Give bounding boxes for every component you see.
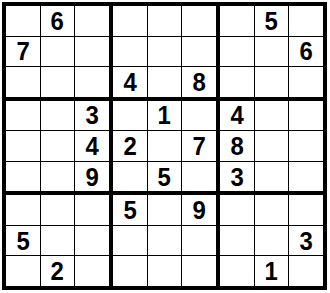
sudoku-box-7: 52	[6, 195, 109, 286]
given-digit: 2	[51, 258, 64, 284]
cell-r2c2[interactable]	[41, 37, 75, 67]
cell-r2c9: 6	[289, 37, 323, 67]
cell-r1c7[interactable]	[220, 6, 254, 36]
cell-r8c2[interactable]	[41, 226, 75, 256]
cell-r2c4[interactable]	[113, 37, 147, 67]
given-digit: 8	[230, 133, 243, 159]
cell-r5c8[interactable]	[255, 131, 289, 161]
cell-r5c3: 4	[75, 131, 109, 161]
given-digit: 9	[86, 164, 99, 190]
cell-r5c1[interactable]	[6, 131, 40, 161]
cell-r8c5[interactable]	[148, 226, 182, 256]
given-digit: 2	[123, 133, 136, 159]
cell-r4c8[interactable]	[255, 101, 289, 131]
cell-r4c4[interactable]	[113, 101, 147, 131]
cell-r5c5[interactable]	[148, 131, 182, 161]
cell-r6c6[interactable]	[182, 162, 216, 192]
cell-r7c1[interactable]	[6, 195, 40, 225]
cell-r8c9: 3	[289, 226, 323, 256]
sudoku-box-6: 483	[220, 101, 323, 192]
given-digit: 5	[16, 228, 29, 254]
given-digit: 3	[230, 164, 243, 190]
cell-r6c5: 5	[148, 162, 182, 192]
given-digit: 1	[158, 102, 171, 128]
cell-r4c5: 1	[148, 101, 182, 131]
cell-r6c4[interactable]	[113, 162, 147, 192]
cell-r9c9[interactable]	[289, 256, 323, 286]
cell-r9c6[interactable]	[182, 256, 216, 286]
given-digit: 4	[230, 102, 243, 128]
cell-r7c5[interactable]	[148, 195, 182, 225]
given-digit: 7	[16, 38, 29, 64]
cell-r1c9[interactable]	[289, 6, 323, 36]
cell-r6c3: 9	[75, 162, 109, 192]
given-digit: 4	[86, 133, 99, 159]
given-digit: 1	[265, 258, 278, 284]
cell-r2c1: 7	[6, 37, 40, 67]
cell-r9c4[interactable]	[113, 256, 147, 286]
cell-r9c3[interactable]	[75, 256, 109, 286]
cell-r1c3[interactable]	[75, 6, 109, 36]
sudoku-box-9: 31	[220, 195, 323, 286]
cell-r3c9[interactable]	[289, 67, 323, 97]
cell-r5c6: 7	[182, 131, 216, 161]
sudoku-box-5: 1275	[113, 101, 216, 192]
cell-r8c8[interactable]	[255, 226, 289, 256]
cell-r1c4[interactable]	[113, 6, 147, 36]
cell-r4c3: 3	[75, 101, 109, 131]
cell-r8c7[interactable]	[220, 226, 254, 256]
cell-r1c1[interactable]	[6, 6, 40, 36]
cell-r4c2[interactable]	[41, 101, 75, 131]
cell-r3c6: 8	[182, 67, 216, 97]
cell-r3c7[interactable]	[220, 67, 254, 97]
cell-r8c1: 5	[6, 226, 40, 256]
given-digit: 4	[123, 69, 136, 95]
given-digit: 9	[193, 197, 206, 223]
cell-r2c8[interactable]	[255, 37, 289, 67]
cell-r6c2[interactable]	[41, 162, 75, 192]
cell-r7c4: 5	[113, 195, 147, 225]
cell-r7c9[interactable]	[289, 195, 323, 225]
cell-r4c6[interactable]	[182, 101, 216, 131]
cell-r8c4[interactable]	[113, 226, 147, 256]
cell-r7c6: 9	[182, 195, 216, 225]
sudoku-board: 6748563491275483525931	[2, 2, 327, 290]
sudoku-page: 6748563491275483525931	[0, 0, 330, 293]
cell-r5c2[interactable]	[41, 131, 75, 161]
cell-r9c7[interactable]	[220, 256, 254, 286]
given-digit: 6	[51, 8, 64, 34]
cell-r2c7[interactable]	[220, 37, 254, 67]
cell-r4c9[interactable]	[289, 101, 323, 131]
cell-r9c2: 2	[41, 256, 75, 286]
cell-r5c9[interactable]	[289, 131, 323, 161]
cell-r8c3[interactable]	[75, 226, 109, 256]
cell-r5c4: 2	[113, 131, 147, 161]
cell-r6c7: 3	[220, 162, 254, 192]
sudoku-box-2: 48	[113, 6, 216, 97]
cell-r9c8: 1	[255, 256, 289, 286]
given-digit: 5	[158, 164, 171, 190]
cell-r9c1[interactable]	[6, 256, 40, 286]
sudoku-box-1: 67	[6, 6, 109, 97]
cell-r3c1[interactable]	[6, 67, 40, 97]
cell-r2c5[interactable]	[148, 37, 182, 67]
cell-r7c2[interactable]	[41, 195, 75, 225]
sudoku-box-4: 349	[6, 101, 109, 192]
cell-r3c5[interactable]	[148, 67, 182, 97]
given-digit: 5	[265, 8, 278, 34]
cell-r7c8[interactable]	[255, 195, 289, 225]
cell-r4c7: 4	[220, 101, 254, 131]
cell-r3c8[interactable]	[255, 67, 289, 97]
cell-r2c6[interactable]	[182, 37, 216, 67]
cell-r1c6[interactable]	[182, 6, 216, 36]
given-digit: 6	[300, 38, 313, 64]
cell-r5c7: 8	[220, 131, 254, 161]
cell-r2c3[interactable]	[75, 37, 109, 67]
cell-r3c4: 4	[113, 67, 147, 97]
cell-r9c5[interactable]	[148, 256, 182, 286]
cell-r1c8: 5	[255, 6, 289, 36]
given-digit: 3	[86, 102, 99, 128]
cell-r1c2: 6	[41, 6, 75, 36]
cell-r6c1[interactable]	[6, 162, 40, 192]
cell-r7c3[interactable]	[75, 195, 109, 225]
cell-r3c2[interactable]	[41, 67, 75, 97]
cell-r6c9[interactable]	[289, 162, 323, 192]
cell-r1c5[interactable]	[148, 6, 182, 36]
cell-r7c7[interactable]	[220, 195, 254, 225]
given-digit: 8	[193, 69, 206, 95]
cell-r8c6[interactable]	[182, 226, 216, 256]
sudoku-box-3: 56	[220, 6, 323, 97]
given-digit: 7	[193, 133, 206, 159]
cell-r3c3[interactable]	[75, 67, 109, 97]
given-digit: 5	[123, 197, 136, 223]
given-digit: 3	[300, 228, 313, 254]
cell-r6c8[interactable]	[255, 162, 289, 192]
cell-r4c1[interactable]	[6, 101, 40, 131]
sudoku-box-8: 59	[113, 195, 216, 286]
